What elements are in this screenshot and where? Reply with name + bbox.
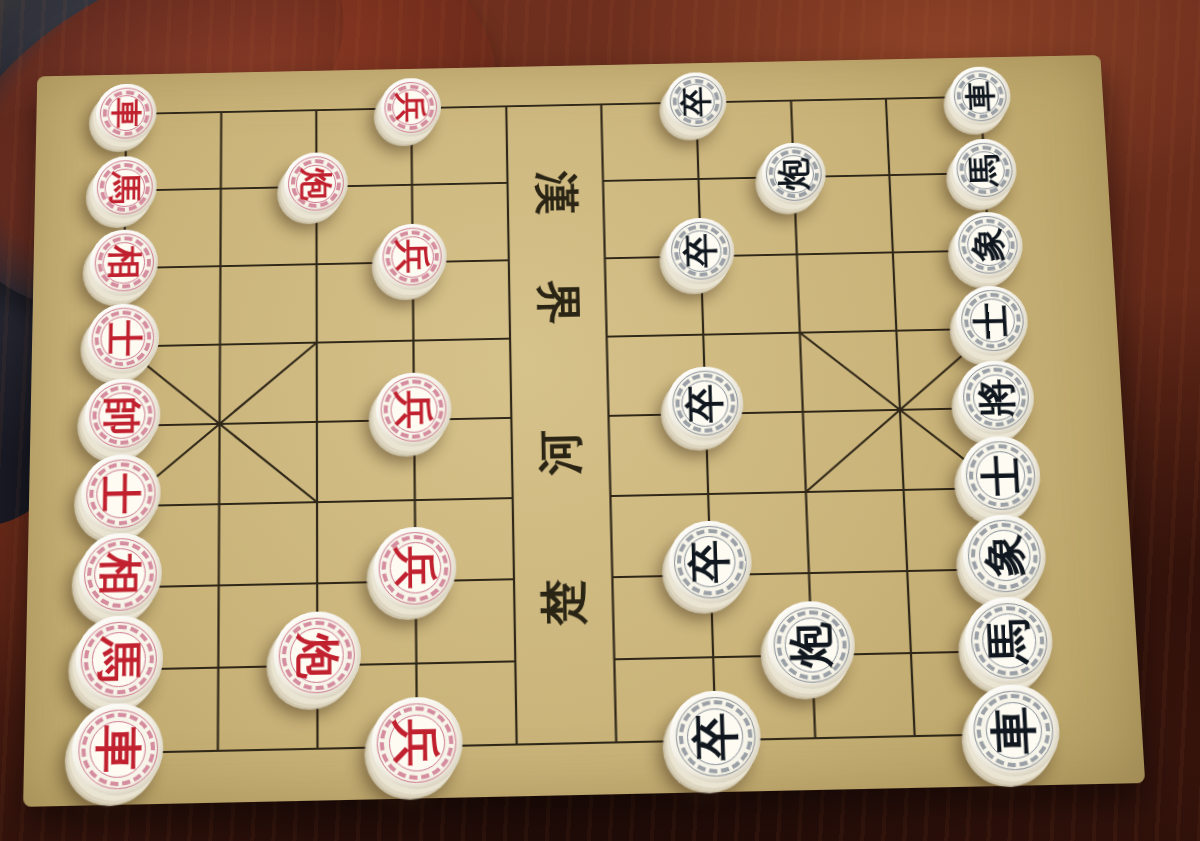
point-r8-c9[interactable]: 車 <box>962 683 1066 777</box>
point-r1-c7[interactable]: 炮 <box>745 136 843 212</box>
point-r4-c5[interactable] <box>559 366 658 445</box>
piece-face: 馬 <box>964 151 1006 190</box>
point-r2-c6[interactable]: 卒 <box>651 212 749 289</box>
piece-character: 馬 <box>96 636 142 682</box>
piece-face: 卒 <box>681 380 729 427</box>
point-r4-c4[interactable] <box>462 368 560 447</box>
piece-character: 卒 <box>691 712 740 761</box>
piece-face: 卒 <box>677 83 716 120</box>
point-r5-c7[interactable] <box>755 439 856 520</box>
piece-red-horse[interactable]: 馬 <box>75 615 163 704</box>
piece-character: 士 <box>973 302 1012 339</box>
point-r6-c3[interactable]: 兵 <box>366 526 465 611</box>
piece-face: 炮 <box>296 164 336 203</box>
piece-red-soldier[interactable]: 兵 <box>381 78 442 137</box>
piece-character: 馬 <box>967 154 1002 187</box>
point-r8-c1[interactable] <box>167 700 267 794</box>
piece-red-general[interactable]: 帥 <box>84 378 160 454</box>
point-r0-c4[interactable] <box>458 68 554 144</box>
piece-black-cannon[interactable]: 炮 <box>766 600 856 689</box>
piece-character: 車 <box>110 98 142 129</box>
point-r6-c8[interactable] <box>856 515 958 600</box>
table-scene: 漢 界 河 楚 車兵卒車馬炮炮馬相兵卒象士士帥兵卒將士士相兵卒象馬炮炮馬車兵卒車 <box>0 0 1200 841</box>
piece-face: 象 <box>966 224 1010 266</box>
piece-red-soldier[interactable]: 兵 <box>378 223 446 290</box>
point-r1-c8[interactable] <box>840 134 939 210</box>
point-r4-c3[interactable]: 兵 <box>365 370 463 449</box>
point-r0-c6[interactable]: 卒 <box>647 64 744 140</box>
point-r0-c8[interactable] <box>837 60 935 136</box>
piece-character: 炮 <box>299 167 332 200</box>
piece-black-chariot[interactable]: 車 <box>949 66 1012 125</box>
point-r3-c9[interactable]: 士 <box>942 282 1042 360</box>
point-r6-c9[interactable]: 象 <box>953 513 1055 598</box>
piece-face: 兵 <box>392 89 430 126</box>
piece-face: 車 <box>961 78 1000 115</box>
piece-red-elephant[interactable]: 相 <box>78 532 162 617</box>
piece-face: 士 <box>96 469 146 519</box>
point-r7-c1[interactable] <box>168 613 267 703</box>
piece-red-soldier[interactable]: 兵 <box>371 696 463 790</box>
point-r7-c7[interactable]: 炮 <box>761 600 863 689</box>
point-r0-c3[interactable]: 兵 <box>363 70 459 146</box>
piece-red-horse[interactable]: 馬 <box>93 156 158 219</box>
point-r3-c6[interactable] <box>653 288 752 366</box>
piece-face: 車 <box>89 720 146 778</box>
piece-red-cannon[interactable]: 炮 <box>273 611 360 700</box>
point-r7-c4[interactable] <box>465 607 565 696</box>
point-r4-c8[interactable] <box>849 360 949 439</box>
piece-character: 相 <box>106 245 142 280</box>
point-r4-c6[interactable]: 卒 <box>656 364 755 443</box>
point-r6-c5[interactable] <box>562 522 662 607</box>
point-r1-c3[interactable] <box>364 144 460 221</box>
point-r3-c1[interactable] <box>171 298 268 376</box>
piece-face: 相 <box>103 242 146 284</box>
point-r7-c6[interactable] <box>662 602 764 691</box>
point-r4-c2[interactable] <box>268 372 365 451</box>
piece-face: 士 <box>975 450 1027 500</box>
piece-character: 帥 <box>102 396 142 435</box>
point-r5-c3[interactable] <box>365 447 463 528</box>
piece-face: 帥 <box>98 392 145 439</box>
piece-character: 兵 <box>395 92 427 123</box>
point-r1-c5[interactable] <box>554 140 651 217</box>
piece-character: 車 <box>989 706 1039 755</box>
point-r4-c9[interactable]: 將 <box>946 358 1047 437</box>
point-r2-c7[interactable] <box>747 210 846 287</box>
piece-red-soldier[interactable]: 兵 <box>376 372 452 448</box>
piece-face: 將 <box>972 374 1021 421</box>
point-r4-c1[interactable] <box>170 374 268 453</box>
piece-face: 卒 <box>684 536 737 588</box>
point-r7-c9[interactable]: 馬 <box>957 596 1060 685</box>
piece-black-soldier[interactable]: 卒 <box>665 72 727 131</box>
point-r3-c7[interactable] <box>750 286 849 364</box>
point-r3-c5[interactable] <box>557 290 655 368</box>
piece-character: 象 <box>970 228 1007 263</box>
point-r5-c9[interactable]: 士 <box>950 435 1052 515</box>
piece-character: 炮 <box>776 158 811 191</box>
piece-red-soldier[interactable]: 兵 <box>373 526 457 611</box>
point-r2-c5[interactable] <box>556 214 654 291</box>
piece-character: 卒 <box>682 233 718 268</box>
point-r2-c8[interactable] <box>843 208 942 285</box>
piece-character: 卒 <box>688 540 732 584</box>
piece-red-advisor[interactable]: 士 <box>87 303 159 375</box>
piece-character: 相 <box>98 552 142 596</box>
piece-character: 士 <box>100 473 142 515</box>
point-r2-c2[interactable] <box>268 220 364 297</box>
piece-face: 車 <box>107 95 145 132</box>
piece-black-general[interactable]: 將 <box>957 360 1036 436</box>
piece-face: 炮 <box>290 628 344 683</box>
point-r1-c9[interactable]: 馬 <box>935 132 1034 208</box>
point-r7-c2[interactable]: 炮 <box>268 611 367 701</box>
piece-black-soldier[interactable]: 卒 <box>666 366 744 442</box>
piece-black-soldier[interactable]: 卒 <box>666 217 736 284</box>
point-r2-c3[interactable]: 兵 <box>364 218 461 295</box>
piece-character: 兵 <box>395 239 431 274</box>
piece-face: 卒 <box>686 708 744 766</box>
piece-face: 車 <box>984 701 1043 759</box>
piece-character: 卒 <box>680 86 712 117</box>
point-r5-c5[interactable] <box>560 443 660 524</box>
piece-character: 將 <box>976 378 1017 417</box>
piece-face: 兵 <box>389 542 441 595</box>
piece-black-advisor[interactable]: 士 <box>959 435 1042 515</box>
point-r3-c3[interactable] <box>365 294 462 372</box>
piece-character: 車 <box>94 725 142 774</box>
point-r7-c0[interactable]: 馬 <box>69 615 169 705</box>
piece-face: 卒 <box>679 230 722 272</box>
point-r2-c0[interactable]: 相 <box>75 224 172 301</box>
point-r6-c7[interactable] <box>758 518 859 603</box>
piece-face: 士 <box>101 316 146 360</box>
piece-red-elephant[interactable]: 相 <box>90 229 159 297</box>
point-r8-c2[interactable] <box>267 698 367 792</box>
piece-black-cannon[interactable]: 炮 <box>760 142 826 205</box>
piece-character: 兵 <box>394 390 434 429</box>
point-r8-c8[interactable] <box>863 686 967 780</box>
piece-character: 馬 <box>108 171 142 204</box>
piece-face: 兵 <box>391 236 433 278</box>
point-r8-c0[interactable]: 車 <box>67 702 168 796</box>
point-r6-c4[interactable] <box>464 524 564 609</box>
piece-face: 相 <box>94 548 146 601</box>
point-r5-c1[interactable] <box>170 451 268 532</box>
point-r1-c2[interactable]: 炮 <box>268 146 364 223</box>
point-r2-c4[interactable] <box>460 216 557 293</box>
piece-face: 兵 <box>390 386 437 433</box>
point-r1-c0[interactable]: 馬 <box>77 149 174 226</box>
piece-black-chariot[interactable]: 車 <box>966 684 1062 778</box>
point-r6-c0[interactable]: 相 <box>70 532 169 617</box>
point-r5-c8[interactable] <box>852 437 953 517</box>
piece-face: 士 <box>969 299 1016 343</box>
point-r2-c9[interactable]: 象 <box>938 206 1038 283</box>
piece-face: 馬 <box>105 168 145 207</box>
point-r0-c2[interactable] <box>268 72 363 148</box>
piece-black-elephant[interactable]: 象 <box>961 514 1048 599</box>
point-r4-c0[interactable]: 帥 <box>73 376 171 455</box>
point-r3-c8[interactable] <box>846 284 946 362</box>
point-r0-c5[interactable] <box>553 66 650 142</box>
point-r4-c7[interactable] <box>752 362 852 441</box>
point-r3-c4[interactable] <box>461 292 559 370</box>
point-r8-c6[interactable]: 卒 <box>664 690 766 784</box>
point-r0-c9[interactable]: 車 <box>931 58 1030 134</box>
point-r8-c7[interactable] <box>764 688 867 782</box>
piece-black-elephant[interactable]: 象 <box>953 211 1024 278</box>
piece-character: 車 <box>964 81 997 112</box>
point-r8-c5[interactable] <box>565 692 667 786</box>
point-r5-c6[interactable] <box>658 441 758 522</box>
piece-face: 炮 <box>783 617 839 672</box>
point-r3-c2[interactable] <box>268 296 365 374</box>
point-r0-c1[interactable] <box>173 74 268 150</box>
piece-black-horse[interactable]: 馬 <box>951 139 1018 202</box>
point-r2-c1[interactable] <box>172 222 269 299</box>
piece-face: 炮 <box>773 154 814 193</box>
piece-face: 兵 <box>388 714 445 772</box>
piece-character: 象 <box>982 534 1027 578</box>
piece-grid: 車兵卒車馬炮炮馬相兵卒象士士帥兵卒將士士相兵卒象馬炮炮馬車兵卒車 <box>67 58 1066 796</box>
point-r7-c5[interactable] <box>563 604 664 693</box>
piece-character: 馬 <box>985 618 1033 664</box>
point-r6-c2[interactable] <box>268 528 367 613</box>
piece-black-advisor[interactable]: 士 <box>955 285 1030 357</box>
piece-red-chariot[interactable]: 車 <box>95 84 156 144</box>
piece-character: 兵 <box>393 546 437 590</box>
xiangqi-board-cloth: 漢 界 河 楚 車兵卒車馬炮炮馬相兵卒象士士帥兵卒將士士相兵卒象馬炮炮馬車兵卒車 <box>23 55 1145 807</box>
point-r1-c4[interactable] <box>459 142 556 219</box>
point-r8-c4[interactable] <box>466 694 567 788</box>
piece-face: 象 <box>977 530 1031 582</box>
point-r0-c0[interactable]: 車 <box>78 76 174 152</box>
point-r1-c1[interactable] <box>172 147 268 224</box>
piece-black-soldier[interactable]: 卒 <box>669 690 763 784</box>
piece-black-soldier[interactable]: 卒 <box>667 520 753 605</box>
point-r3-c0[interactable]: 士 <box>74 300 172 378</box>
point-r6-c1[interactable] <box>169 530 268 615</box>
point-r1-c6[interactable] <box>649 138 747 214</box>
piece-red-advisor[interactable]: 士 <box>81 453 161 533</box>
piece-red-chariot[interactable]: 車 <box>72 702 164 796</box>
piece-character: 炮 <box>788 622 835 668</box>
piece-character: 士 <box>979 454 1022 496</box>
point-r0-c7[interactable] <box>742 62 840 138</box>
piece-black-horse[interactable]: 馬 <box>963 596 1054 685</box>
piece-face: 馬 <box>981 613 1038 668</box>
point-r6-c6[interactable]: 卒 <box>660 520 761 605</box>
point-r5-c2[interactable] <box>268 449 366 530</box>
piece-face: 馬 <box>92 632 147 687</box>
piece-character: 兵 <box>393 719 441 768</box>
point-r7-c8[interactable] <box>859 598 962 687</box>
piece-red-cannon[interactable]: 炮 <box>284 152 348 215</box>
point-r8-c3[interactable]: 兵 <box>367 696 467 790</box>
piece-character: 卒 <box>685 384 725 423</box>
point-r7-c3[interactable] <box>366 609 466 699</box>
point-r5-c0[interactable]: 士 <box>72 453 171 534</box>
piece-character: 士 <box>104 320 142 357</box>
point-r5-c4[interactable] <box>463 445 562 526</box>
piece-character: 炮 <box>294 632 339 678</box>
